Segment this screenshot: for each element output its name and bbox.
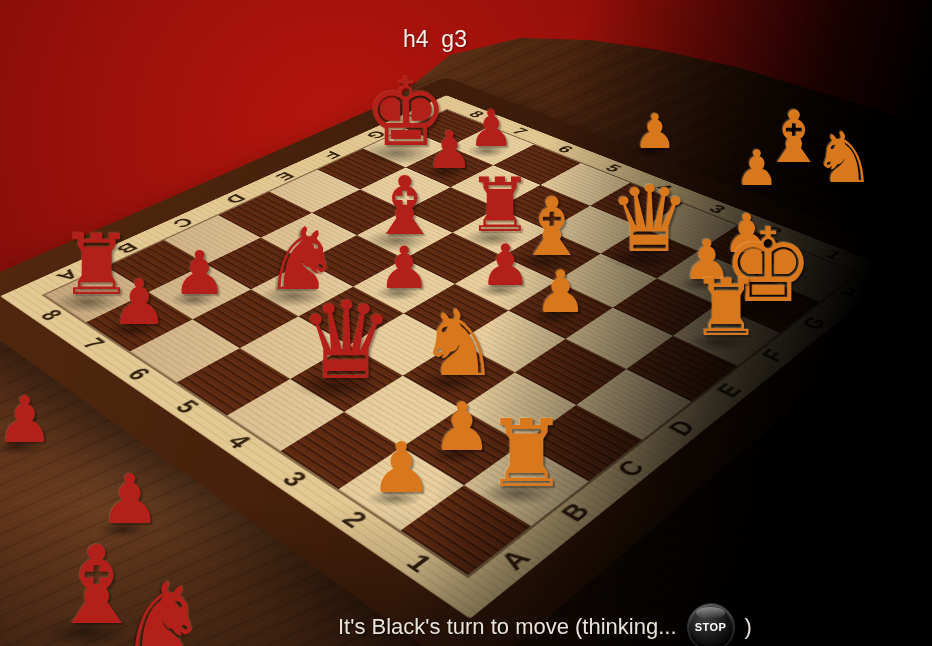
captured-red-knight-4[interactable]: ♞ bbox=[118, 570, 208, 646]
stop-button-gloss bbox=[696, 607, 725, 619]
piece-red-pawn-b7[interactable]: ♟ bbox=[173, 243, 227, 303]
status-suffix-text: ) bbox=[745, 614, 752, 640]
move-display-text: h4 g3 bbox=[403, 26, 467, 53]
stop-button[interactable]: STOP bbox=[687, 603, 735, 646]
piece-orange-pawn-e3[interactable]: ♟ bbox=[535, 263, 587, 321]
piece-orange-rook-f1[interactable]: ♜ bbox=[691, 269, 762, 348]
status-bar: It's Black's turn to move (thinking... S… bbox=[338, 604, 752, 646]
chess-app-window: AABBCCDDEEFFGGHH1122334455667788 ♜♟♟♞♛♟♝… bbox=[0, 0, 932, 646]
piece-orange-pawn-b2[interactable]: ♟ bbox=[432, 394, 492, 461]
captured-orange-knight-4[interactable]: ♞ bbox=[813, 123, 876, 193]
piece-red-pawn-e4[interactable]: ♟ bbox=[480, 237, 531, 294]
piece-orange-pawn-a2[interactable]: ♟ bbox=[370, 434, 433, 504]
captured-red-pawn-1[interactable]: ♟ bbox=[0, 388, 54, 452]
turn-status-text: It's Black's turn to move (thinking... bbox=[338, 614, 677, 640]
piece-red-pawn-a7[interactable]: ♟ bbox=[111, 272, 167, 335]
stop-button-label: STOP bbox=[695, 621, 727, 633]
piece-orange-knight-c3[interactable]: ♞ bbox=[418, 298, 500, 389]
piece-red-pawn-h7[interactable]: ♟ bbox=[469, 104, 515, 155]
piece-red-queen-b4[interactable]: ♛ bbox=[298, 286, 394, 394]
piece-orange-queen-g3[interactable]: ♛ bbox=[608, 174, 690, 266]
captured-orange-pawn-2[interactable]: ♟ bbox=[735, 144, 779, 193]
piece-orange-rook-b1[interactable]: ♜ bbox=[485, 407, 569, 500]
captured-orange-pawn-1[interactable]: ♟ bbox=[633, 107, 676, 155]
